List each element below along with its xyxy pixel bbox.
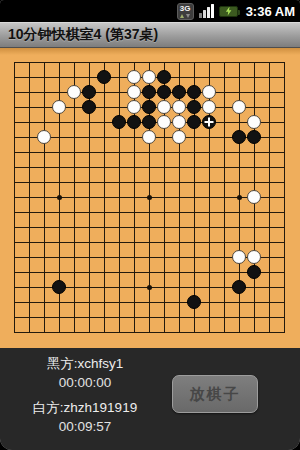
black-stone	[232, 280, 246, 294]
black-stone	[232, 130, 246, 144]
white-stone	[247, 190, 261, 204]
black-stone	[112, 115, 126, 129]
black-stone	[142, 100, 156, 114]
white-stone	[172, 115, 186, 129]
status-time: 3:36 AM	[246, 4, 295, 19]
black-stone	[142, 115, 156, 129]
star-point	[237, 195, 242, 200]
white-stone	[202, 85, 216, 99]
black-stone	[142, 85, 156, 99]
white-stone	[37, 130, 51, 144]
signal-strength-icon	[199, 4, 214, 18]
star-point	[147, 285, 152, 290]
black-player-label: 黑方:xchfsy1	[0, 354, 170, 373]
white-stone	[157, 100, 171, 114]
window-title: 10分钟快棋室4 (第37桌)	[0, 26, 158, 44]
white-stone	[127, 85, 141, 99]
title-bar: 10分钟快棋室4 (第37桌)	[0, 22, 300, 48]
white-player-label: 白方:zhzh191919	[0, 398, 170, 417]
black-stone	[187, 115, 201, 129]
white-stone	[247, 250, 261, 264]
black-stone	[157, 70, 171, 84]
stones-layer	[7, 55, 292, 340]
black-stone	[157, 85, 171, 99]
black-stone	[127, 115, 141, 129]
white-stone	[202, 100, 216, 114]
place-stone-button[interactable]: 放棋子	[172, 375, 258, 413]
black-stone	[202, 115, 216, 129]
status-bar: 3G 3:36 AM	[0, 0, 300, 22]
network-3g-label: 3G	[180, 5, 191, 13]
players-info: 黑方:xchfsy1 00:00:00 白方:zhzh191919 00:09:…	[0, 354, 170, 442]
black-stone	[247, 130, 261, 144]
white-stone	[127, 100, 141, 114]
white-stone	[232, 250, 246, 264]
white-stone	[67, 85, 81, 99]
white-stone	[127, 70, 141, 84]
data-transfer-arrows-icon	[180, 14, 190, 18]
black-stone	[187, 85, 201, 99]
white-stone	[142, 70, 156, 84]
black-stone	[52, 280, 66, 294]
white-stone	[232, 100, 246, 114]
white-stone	[157, 115, 171, 129]
black-stone	[82, 100, 96, 114]
black-stone	[187, 295, 201, 309]
black-player-timer: 00:00:00	[0, 373, 170, 392]
charging-bolt-icon	[225, 7, 233, 16]
star-point	[57, 195, 62, 200]
white-stone	[247, 115, 261, 129]
black-stone	[82, 85, 96, 99]
battery-charging-icon	[219, 6, 238, 17]
network-3g-icon: 3G	[177, 3, 194, 20]
white-stone	[172, 130, 186, 144]
white-player-timer: 00:09:57	[0, 417, 170, 436]
black-stone	[247, 265, 261, 279]
black-stone	[172, 85, 186, 99]
black-stone	[187, 100, 201, 114]
phone-screen: 3G 3:36 AM 10分钟快棋室4 (第37桌) 黑方:xchfsy1 00…	[0, 0, 300, 450]
white-stone	[52, 100, 66, 114]
star-point	[147, 195, 152, 200]
black-stone	[97, 70, 111, 84]
game-info-panel: 黑方:xchfsy1 00:00:00 白方:zhzh191919 00:09:…	[0, 348, 300, 450]
white-stone	[172, 100, 186, 114]
go-board[interactable]	[0, 48, 300, 348]
white-stone	[142, 130, 156, 144]
